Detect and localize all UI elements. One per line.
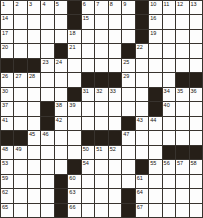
clue-number: 54 — [83, 160, 89, 166]
clue-number: 27 — [15, 73, 21, 79]
black-cell — [68, 1, 80, 14]
clue-number: 9 — [123, 1, 126, 7]
cell[interactable] — [55, 15, 67, 28]
cell[interactable]: 57 — [176, 160, 188, 173]
clue-number: 60 — [69, 175, 75, 181]
cell[interactable] — [14, 175, 26, 188]
cell[interactable]: 62 — [1, 189, 13, 202]
cell[interactable] — [82, 44, 94, 57]
black-cell — [55, 44, 67, 57]
black-cell — [136, 15, 148, 28]
black-cell — [14, 131, 26, 144]
black-cell — [68, 15, 80, 28]
cell[interactable] — [95, 189, 107, 202]
clue-number: 38 — [56, 102, 62, 108]
clue-number: 64 — [137, 189, 143, 195]
cell[interactable]: 58 — [190, 160, 202, 173]
clue-number: 44 — [150, 117, 156, 123]
cell[interactable] — [28, 117, 40, 130]
clue-number: 42 — [56, 117, 62, 123]
clue-number: 63 — [69, 189, 75, 195]
clue-number: 48 — [2, 146, 8, 152]
cell[interactable]: 48 — [1, 146, 13, 159]
cell[interactable]: 41 — [1, 117, 13, 130]
cell[interactable]: 23 — [41, 59, 53, 72]
cell[interactable]: 51 — [95, 146, 107, 159]
cell[interactable] — [122, 160, 134, 173]
cell[interactable] — [176, 117, 188, 130]
cell[interactable] — [55, 73, 67, 86]
cell[interactable] — [28, 189, 40, 202]
cell[interactable]: 5 — [55, 1, 67, 14]
cell[interactable]: 59 — [1, 175, 13, 188]
cell[interactable]: 27 — [14, 73, 26, 86]
cell[interactable] — [14, 44, 26, 57]
black-cell — [163, 146, 175, 159]
cell[interactable] — [176, 204, 188, 217]
cell[interactable]: 34 — [163, 88, 175, 101]
cell[interactable] — [95, 15, 107, 28]
cell[interactable] — [122, 146, 134, 159]
clue-number: 20 — [2, 44, 8, 50]
cell[interactable]: 17 — [1, 30, 13, 43]
clue-number: 36 — [191, 88, 197, 94]
clue-number: 23 — [42, 59, 48, 65]
clue-number: 49 — [15, 146, 21, 152]
clue-number: 1 — [2, 1, 5, 7]
clue-number: 6 — [83, 1, 86, 7]
cell[interactable]: 66 — [68, 204, 80, 217]
black-cell — [82, 131, 94, 144]
cell[interactable] — [68, 59, 80, 72]
cell[interactable] — [190, 15, 202, 28]
black-cell — [122, 189, 134, 202]
cell[interactable] — [95, 160, 107, 173]
cell[interactable] — [41, 88, 53, 101]
clue-number: 47 — [123, 131, 129, 137]
cell[interactable]: 36 — [190, 88, 202, 101]
clue-number: 18 — [69, 30, 75, 36]
cell[interactable] — [55, 131, 67, 144]
cell[interactable] — [136, 73, 148, 86]
cell[interactable] — [109, 160, 121, 173]
cell[interactable]: 2 — [14, 1, 26, 14]
cell[interactable]: 26 — [1, 73, 13, 86]
cell[interactable] — [190, 30, 202, 43]
cell[interactable] — [82, 102, 94, 115]
cell[interactable]: 35 — [176, 88, 188, 101]
cell[interactable] — [163, 73, 175, 86]
cell[interactable]: 28 — [28, 73, 40, 86]
cell[interactable] — [14, 102, 26, 115]
cell[interactable] — [122, 30, 134, 43]
cell[interactable]: 31 — [82, 88, 94, 101]
cell[interactable] — [109, 30, 121, 43]
cell[interactable] — [149, 59, 161, 72]
clue-number: 40 — [164, 102, 170, 108]
black-cell — [14, 59, 26, 72]
clue-number: 50 — [83, 146, 89, 152]
cell[interactable] — [14, 30, 26, 43]
cell[interactable]: 64 — [136, 189, 148, 202]
cell[interactable] — [109, 175, 121, 188]
cell[interactable]: 8 — [109, 1, 121, 14]
cell[interactable] — [176, 189, 188, 202]
cell[interactable] — [55, 160, 67, 173]
black-cell — [136, 160, 148, 173]
cell[interactable]: 50 — [82, 146, 94, 159]
cell[interactable] — [122, 15, 134, 28]
black-cell — [109, 73, 121, 86]
black-cell — [68, 88, 80, 101]
cell[interactable] — [163, 189, 175, 202]
cell[interactable] — [176, 30, 188, 43]
cell[interactable] — [122, 88, 134, 101]
cell[interactable] — [28, 204, 40, 217]
cell[interactable] — [149, 204, 161, 217]
clue-number: 4 — [42, 1, 45, 7]
cell[interactable] — [149, 146, 161, 159]
cell[interactable] — [82, 204, 94, 217]
black-cell — [122, 204, 134, 217]
cell[interactable] — [190, 189, 202, 202]
clue-number: 29 — [123, 73, 129, 79]
cell[interactable] — [41, 189, 53, 202]
cell[interactable] — [190, 44, 202, 57]
cell[interactable]: 47 — [122, 131, 134, 144]
cell[interactable] — [190, 204, 202, 217]
cell[interactable] — [95, 30, 107, 43]
black-cell — [149, 102, 161, 115]
cell[interactable] — [82, 189, 94, 202]
cell[interactable] — [55, 146, 67, 159]
clue-number: 57 — [177, 160, 183, 166]
cell[interactable] — [136, 59, 148, 72]
clue-number: 8 — [110, 1, 113, 7]
cell[interactable] — [28, 44, 40, 57]
cell[interactable] — [109, 189, 121, 202]
clue-number: 7 — [96, 1, 99, 7]
cell[interactable]: 40 — [163, 102, 175, 115]
clue-number: 43 — [137, 117, 143, 123]
cell[interactable] — [136, 88, 148, 101]
cell[interactable]: 52 — [109, 146, 121, 159]
cell[interactable]: 6 — [82, 1, 94, 14]
black-cell — [190, 146, 202, 159]
cell[interactable] — [122, 102, 134, 115]
cell[interactable] — [109, 102, 121, 115]
black-cell — [176, 146, 188, 159]
clue-number: 46 — [42, 131, 48, 137]
black-cell — [55, 189, 67, 202]
cell[interactable]: 54 — [82, 160, 94, 173]
cell[interactable] — [41, 15, 53, 28]
cell[interactable]: 67 — [136, 204, 148, 217]
cell[interactable]: 30 — [1, 88, 13, 101]
cell[interactable] — [82, 30, 94, 43]
cell[interactable]: 15 — [82, 15, 94, 28]
cell[interactable] — [163, 175, 175, 188]
cell[interactable] — [176, 102, 188, 115]
clue-number: 52 — [110, 146, 116, 152]
clue-number: 35 — [177, 88, 183, 94]
black-cell — [109, 131, 121, 144]
cell[interactable] — [14, 160, 26, 173]
cell[interactable]: 22 — [136, 44, 148, 57]
cell[interactable]: 25 — [122, 59, 134, 72]
cell[interactable] — [190, 131, 202, 144]
cell[interactable] — [163, 30, 175, 43]
cell[interactable]: 37 — [1, 102, 13, 115]
cell[interactable] — [109, 59, 121, 72]
cell[interactable] — [190, 102, 202, 115]
clue-number: 34 — [164, 88, 170, 94]
clue-number: 22 — [137, 44, 143, 50]
black-cell — [41, 117, 53, 130]
cell[interactable] — [163, 44, 175, 57]
cell[interactable] — [109, 15, 121, 28]
clue-number: 41 — [2, 117, 8, 123]
cell[interactable] — [176, 131, 188, 144]
cell[interactable] — [163, 15, 175, 28]
clue-number: 59 — [2, 175, 8, 181]
cell[interactable]: 14 — [1, 15, 13, 28]
cell[interactable] — [68, 146, 80, 159]
cell[interactable] — [176, 44, 188, 57]
clue-number: 24 — [56, 59, 62, 65]
cell[interactable]: 13 — [190, 1, 202, 14]
clue-number: 10 — [150, 1, 156, 7]
cell[interactable] — [136, 131, 148, 144]
cell[interactable] — [41, 44, 53, 57]
cell[interactable]: 9 — [122, 1, 134, 14]
cell[interactable] — [14, 204, 26, 217]
cell[interactable] — [14, 189, 26, 202]
cell[interactable] — [149, 131, 161, 144]
clue-number: 53 — [2, 160, 8, 166]
clue-number: 62 — [2, 189, 8, 195]
cell[interactable]: 63 — [68, 189, 80, 202]
cell[interactable] — [149, 189, 161, 202]
cell[interactable] — [28, 175, 40, 188]
cell[interactable] — [41, 204, 53, 217]
cell[interactable] — [95, 175, 107, 188]
clue-number: 33 — [110, 88, 116, 94]
clue-number: 28 — [29, 73, 35, 79]
cell[interactable] — [149, 73, 161, 86]
cell[interactable] — [176, 59, 188, 72]
black-cell — [1, 59, 13, 72]
clue-number: 21 — [69, 44, 75, 50]
clue-number: 25 — [123, 59, 129, 65]
cell[interactable]: 65 — [1, 204, 13, 217]
clue-number: 26 — [2, 73, 8, 79]
clue-number: 66 — [69, 204, 75, 210]
black-cell — [95, 73, 107, 86]
cell[interactable] — [41, 175, 53, 188]
cell[interactable]: 3 — [28, 1, 40, 14]
black-cell — [82, 73, 94, 86]
cell[interactable] — [176, 175, 188, 188]
cell[interactable] — [163, 117, 175, 130]
cell[interactable] — [95, 117, 107, 130]
cell[interactable]: 42 — [55, 117, 67, 130]
cell[interactable] — [41, 73, 53, 86]
cell[interactable] — [136, 102, 148, 115]
cell[interactable] — [28, 88, 40, 101]
clue-number: 37 — [2, 102, 8, 108]
cell[interactable] — [28, 160, 40, 173]
clue-number: 61 — [137, 175, 143, 181]
cell[interactable] — [55, 30, 67, 43]
cell[interactable] — [55, 88, 67, 101]
cell[interactable]: 38 — [55, 102, 67, 115]
cell[interactable] — [14, 88, 26, 101]
clue-number: 13 — [191, 1, 197, 7]
cell[interactable]: 39 — [68, 102, 80, 115]
cell[interactable]: 29 — [122, 73, 134, 86]
cell[interactable] — [82, 175, 94, 188]
cell[interactable]: 55 — [149, 160, 161, 173]
cell[interactable] — [95, 102, 107, 115]
clue-number: 11 — [164, 1, 170, 7]
clue-number: 39 — [69, 102, 75, 108]
cell[interactable] — [109, 117, 121, 130]
cell[interactable] — [41, 160, 53, 173]
cell[interactable] — [190, 175, 202, 188]
cell[interactable]: 21 — [68, 44, 80, 57]
cell[interactable]: 18 — [68, 30, 80, 43]
cell[interactable]: 46 — [41, 131, 53, 144]
cell[interactable]: 24 — [55, 59, 67, 72]
cell[interactable] — [82, 59, 94, 72]
cell[interactable]: 61 — [136, 175, 148, 188]
clue-number: 19 — [150, 30, 156, 36]
black-cell — [28, 59, 40, 72]
black-cell — [68, 160, 80, 173]
cell[interactable] — [109, 204, 121, 217]
cell[interactable] — [41, 146, 53, 159]
cell[interactable] — [68, 73, 80, 86]
clue-number: 16 — [150, 15, 156, 21]
clue-number: 56 — [164, 160, 170, 166]
cell[interactable] — [163, 204, 175, 217]
cell[interactable]: 12 — [176, 1, 188, 14]
clue-number: 32 — [96, 88, 102, 94]
clue-number: 45 — [29, 131, 35, 137]
black-cell — [122, 117, 134, 130]
cell[interactable] — [28, 102, 40, 115]
black-cell — [95, 131, 107, 144]
clue-number: 67 — [137, 204, 143, 210]
black-cell — [136, 30, 148, 43]
clue-number: 15 — [83, 15, 89, 21]
cell[interactable] — [136, 146, 148, 159]
cell[interactable]: 45 — [28, 131, 40, 144]
cell[interactable]: 53 — [1, 160, 13, 173]
cell[interactable] — [149, 175, 161, 188]
black-cell — [41, 102, 53, 115]
clue-number: 17 — [2, 30, 8, 36]
cell[interactable] — [41, 30, 53, 43]
clue-number: 65 — [2, 204, 8, 210]
clue-number: 3 — [29, 1, 32, 7]
cell[interactable] — [95, 59, 107, 72]
cell[interactable] — [28, 30, 40, 43]
cell[interactable] — [109, 44, 121, 57]
cell[interactable] — [122, 175, 134, 188]
cell[interactable] — [163, 59, 175, 72]
black-cell — [1, 131, 13, 144]
cell[interactable]: 16 — [149, 15, 161, 28]
clue-number: 51 — [96, 146, 102, 152]
cell[interactable]: 10 — [149, 1, 161, 14]
cell[interactable]: 20 — [1, 44, 13, 57]
cell[interactable] — [68, 131, 80, 144]
cell[interactable]: 60 — [68, 175, 80, 188]
cell[interactable] — [14, 15, 26, 28]
clue-number: 5 — [56, 1, 59, 7]
clue-number: 30 — [2, 88, 8, 94]
cell[interactable] — [163, 131, 175, 144]
black-cell — [176, 73, 188, 86]
cell[interactable] — [190, 117, 202, 130]
black-cell — [149, 88, 161, 101]
clue-number: 2 — [15, 1, 18, 7]
cell[interactable]: 44 — [149, 117, 161, 130]
black-cell — [136, 1, 148, 14]
crossword-grid: 1234567891011121314151617181920212223242… — [0, 0, 203, 218]
cell[interactable] — [95, 44, 107, 57]
cell[interactable]: 32 — [95, 88, 107, 101]
cell[interactable]: 4 — [41, 1, 53, 14]
cell[interactable] — [149, 44, 161, 57]
cell[interactable]: 49 — [14, 146, 26, 159]
clue-number: 55 — [150, 160, 156, 166]
cell[interactable] — [176, 15, 188, 28]
cell[interactable] — [95, 204, 107, 217]
cell[interactable] — [82, 117, 94, 130]
clue-number: 58 — [191, 160, 197, 166]
cell[interactable]: 33 — [109, 88, 121, 101]
clue-number: 14 — [2, 15, 8, 21]
cell[interactable] — [190, 59, 202, 72]
black-cell — [55, 204, 67, 217]
cell[interactable] — [68, 117, 80, 130]
black-cell — [190, 73, 202, 86]
cell[interactable] — [14, 117, 26, 130]
cell[interactable]: 1 — [1, 1, 13, 14]
cell[interactable]: 56 — [163, 160, 175, 173]
cell[interactable] — [28, 15, 40, 28]
cell[interactable]: 11 — [163, 1, 175, 14]
cell[interactable] — [28, 146, 40, 159]
cell[interactable]: 43 — [136, 117, 148, 130]
clue-number: 31 — [83, 88, 89, 94]
cell[interactable]: 19 — [149, 30, 161, 43]
black-cell — [122, 44, 134, 57]
black-cell — [55, 175, 67, 188]
clue-number: 12 — [177, 1, 183, 7]
cell[interactable]: 7 — [95, 1, 107, 14]
